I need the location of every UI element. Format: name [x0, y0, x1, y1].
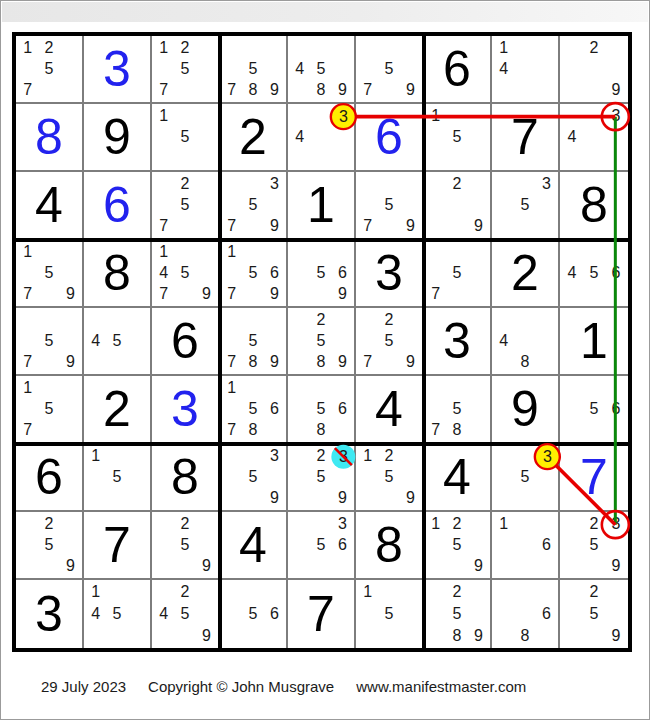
pencil-slot-7: [357, 488, 378, 509]
cell-r7c4[interactable]: 359: [220, 444, 288, 512]
pencil-slot-6: [196, 262, 217, 283]
pencil-slot-9: [400, 625, 421, 647]
cell-r5c2[interactable]: 45: [84, 308, 152, 376]
cell-r7c2[interactable]: 15: [84, 444, 152, 512]
cell-r3c8[interactable]: 35: [492, 172, 560, 240]
pencil-slot-3: [60, 513, 81, 534]
pencil-slot-1: 1: [425, 105, 446, 126]
pencil-slot-2: [310, 241, 331, 262]
pencil-slot-2: [242, 173, 263, 194]
cell-r6c9[interactable]: 56: [560, 376, 628, 444]
pencil-slot-2: [583, 377, 605, 398]
cell-r1c3[interactable]: 1257: [152, 36, 220, 104]
pencil-slot-6: 6: [332, 534, 353, 555]
cell-r9c6[interactable]: 15: [356, 580, 424, 648]
pencil-slot-4: [425, 126, 446, 147]
pencil-marks: 569: [289, 241, 353, 305]
pencil-slot-8: [583, 80, 605, 101]
pencil-marks: 2589: [289, 309, 353, 373]
pencil-slot-4: [493, 194, 514, 215]
pencil-slot-6: [536, 58, 557, 79]
pencil-slot-2: [106, 581, 127, 603]
pencil-slot-1: [221, 445, 242, 466]
cell-r2c8[interactable]: 7: [492, 104, 560, 172]
pencil-slot-2: [174, 105, 195, 126]
pencil-slot-2: [446, 105, 467, 126]
cell-r9c1[interactable]: 3: [16, 580, 84, 648]
given-digit: 8: [560, 172, 628, 238]
cell-r4c6[interactable]: 3: [356, 240, 424, 308]
given-digit: 9: [84, 104, 150, 170]
pencil-slot-2: [310, 105, 331, 126]
cell-r7c6[interactable]: 1259: [356, 444, 424, 512]
pencil-slot-3: [468, 581, 489, 603]
pencil-slot-2: [174, 241, 195, 262]
cell-r8c9[interactable]: 2359: [560, 512, 628, 580]
cell-r1c2[interactable]: 3: [84, 36, 152, 104]
pencil-slot-5: 5: [446, 262, 467, 283]
pencil-slot-8: [446, 556, 467, 577]
pencil-slot-2: 2: [174, 37, 195, 58]
pencil-slot-4: [85, 466, 106, 487]
cell-r6c6[interactable]: 4: [356, 376, 424, 444]
pencil-slot-9: [536, 352, 557, 373]
pencil-slot-7: [17, 556, 38, 577]
cell-r1c9[interactable]: 29: [560, 36, 628, 104]
pencil-slot-7: 7: [153, 80, 174, 101]
cell-r3c4[interactable]: 3579: [220, 172, 288, 240]
given-digit: 2: [220, 104, 286, 170]
cell-r4c5[interactable]: 569: [288, 240, 356, 308]
pencil-slot-6: [196, 126, 217, 147]
footer-copyright: Copyright © John Musgrave: [148, 678, 334, 695]
pencil-slot-9: 9: [468, 625, 489, 647]
cell-r4c1[interactable]: 1579: [16, 240, 84, 308]
pencil-slot-6: [468, 534, 489, 555]
title-bar: [2, 2, 648, 22]
cell-r7c3[interactable]: 8: [152, 444, 220, 512]
pencil-slot-8: [583, 420, 605, 441]
pencil-slot-8: 8: [446, 420, 467, 441]
pencil-slot-8: 8: [310, 352, 331, 373]
cell-r3c5[interactable]: 1: [288, 172, 356, 240]
pencil-slot-8: [514, 80, 535, 101]
pencil-slot-1: [561, 105, 583, 126]
cell-r4c3[interactable]: 14579: [152, 240, 220, 308]
pencil-slot-6: [196, 58, 217, 79]
pencil-slot-6: [400, 330, 421, 351]
pencil-slot-1: [153, 581, 174, 603]
pencil-slot-1: 1: [357, 581, 378, 603]
cell-r1c5[interactable]: 4589: [288, 36, 356, 104]
cell-r3c2[interactable]: 6: [84, 172, 152, 240]
pencil-slot-3: [605, 581, 627, 603]
cell-r9c7[interactable]: 2589: [424, 580, 492, 648]
pencil-slot-3: [264, 309, 285, 330]
given-digit: 1: [288, 172, 354, 238]
pencil-marks: 15678: [221, 377, 285, 441]
pencil-slot-2: [514, 445, 535, 466]
cell-r9c2[interactable]: 145: [84, 580, 152, 648]
pencil-slot-3: [332, 445, 353, 466]
cell-r5c7[interactable]: 3: [424, 308, 492, 376]
pencil-marks: 1259: [357, 445, 421, 509]
cell-r3c6[interactable]: 579: [356, 172, 424, 240]
cell-r7c5[interactable]: 259: [288, 444, 356, 512]
pencil-slot-2: 2: [378, 445, 399, 466]
pencil-slot-1: 1: [85, 445, 106, 466]
pencil-slot-1: [153, 173, 174, 194]
cell-r8c3[interactable]: 259: [152, 512, 220, 580]
pencil-slot-2: 2: [310, 309, 331, 330]
cell-r4c9[interactable]: 456: [560, 240, 628, 308]
cell-r9c9[interactable]: 259: [560, 580, 628, 648]
pencil-slot-7: [493, 488, 514, 509]
pencil-slot-9: 9: [264, 284, 285, 305]
pencil-marks: 35: [493, 173, 557, 237]
pencil-slot-5: 5: [242, 262, 263, 283]
cell-r7c9[interactable]: 7: [560, 444, 628, 512]
cell-r8c7[interactable]: 1259: [424, 512, 492, 580]
pencil-slot-5: 5: [378, 466, 399, 487]
pencil-slot-8: [583, 148, 605, 169]
pencil-slot-4: [17, 58, 38, 79]
pencil-slot-7: [493, 216, 514, 237]
pencil-slot-2: [446, 241, 467, 262]
pencil-slot-4: [221, 194, 242, 215]
footer-website[interactable]: www.manifestmaster.com: [356, 678, 526, 695]
pencil-slot-7: [493, 352, 514, 373]
pencil-marks: 29: [561, 37, 627, 101]
pencil-slot-9: 9: [468, 216, 489, 237]
pencil-slot-1: [561, 241, 583, 262]
pencil-slot-5: 5: [446, 398, 467, 419]
pencil-slot-7: 7: [221, 216, 242, 237]
pencil-marks: 14579: [153, 241, 217, 305]
cell-r1c4[interactable]: 5789: [220, 36, 288, 104]
pencil-slot-3: 3: [332, 513, 353, 534]
pencil-slot-5: 5: [514, 466, 535, 487]
pencil-slot-6: [400, 58, 421, 79]
pencil-slot-9: 9: [400, 488, 421, 509]
pencil-slot-4: [561, 603, 583, 625]
pencil-slot-1: [561, 377, 583, 398]
pencil-slot-7: [289, 148, 310, 169]
cell-r6c4[interactable]: 15678: [220, 376, 288, 444]
cell-r8c2[interactable]: 7: [84, 512, 152, 580]
pencil-slot-3: [196, 513, 217, 534]
pencil-marks: 1579: [17, 241, 81, 305]
given-digit: 6: [424, 36, 490, 102]
pencil-marks: 16: [493, 513, 557, 577]
pencil-slot-5: 5: [310, 330, 331, 351]
pencil-slot-2: [310, 37, 331, 58]
pencil-slot-9: 9: [400, 216, 421, 237]
pencil-slot-4: 4: [493, 58, 514, 79]
pencil-slot-3: [332, 241, 353, 262]
pencil-marks: 5789: [221, 309, 285, 373]
cell-r6c1[interactable]: 157: [16, 376, 84, 444]
pencil-marks: 2459: [153, 581, 217, 647]
pencil-slot-5: 5: [174, 58, 195, 79]
pencil-slot-9: [332, 148, 353, 169]
pencil-slot-9: [60, 420, 81, 441]
pencil-slot-5: 5: [378, 194, 399, 215]
pencil-slot-3: [332, 105, 353, 126]
cell-r8c8[interactable]: 16: [492, 512, 560, 580]
pencil-slot-2: [514, 173, 535, 194]
pencil-slot-1: [17, 513, 38, 534]
pencil-slot-5: [446, 194, 467, 215]
pencil-slot-8: [310, 284, 331, 305]
pencil-slot-2: [242, 377, 263, 398]
given-digit: 2: [492, 240, 558, 306]
pencil-slot-7: 7: [17, 420, 38, 441]
cell-r9c8[interactable]: 68: [492, 580, 560, 648]
pencil-slot-8: [378, 488, 399, 509]
pencil-marks: 359: [221, 445, 285, 509]
pencil-marks: 578: [425, 377, 489, 441]
pencil-slot-7: 7: [357, 80, 378, 101]
cell-r6c7[interactable]: 578: [424, 376, 492, 444]
cell-r5c1[interactable]: 579: [16, 308, 84, 376]
cell-r2c4[interactable]: 2: [220, 104, 288, 172]
cell-r6c3[interactable]: 3: [152, 376, 220, 444]
pencil-slot-2: [378, 581, 399, 603]
pencil-slot-8: [583, 556, 605, 577]
pencil-slot-2: [242, 309, 263, 330]
cell-r8c5[interactable]: 356: [288, 512, 356, 580]
pencil-slot-3: [196, 37, 217, 58]
cell-r4c4[interactable]: 15679: [220, 240, 288, 308]
cell-r3c9[interactable]: 8: [560, 172, 628, 240]
pencil-slot-4: [221, 330, 242, 351]
pencil-marks: 45: [85, 309, 149, 373]
pencil-slot-9: 9: [196, 556, 217, 577]
pencil-slot-6: [128, 466, 149, 487]
pencil-slot-4: [561, 398, 583, 419]
pencil-slot-4: [357, 330, 378, 351]
pencil-slot-9: [536, 80, 557, 101]
cell-r1c8[interactable]: 14: [492, 36, 560, 104]
cell-r2c6[interactable]: 6: [356, 104, 424, 172]
given-digit: 7: [492, 104, 558, 170]
cell-r4c2[interactable]: 8: [84, 240, 152, 308]
cell-r3c1[interactable]: 4: [16, 172, 84, 240]
pencil-slot-1: [289, 37, 310, 58]
given-digit: 4: [16, 172, 82, 238]
entered-digit: 3: [152, 376, 218, 442]
pencil-slot-1: [289, 445, 310, 466]
cell-r8c6[interactable]: 8: [356, 512, 424, 580]
cell-r5c6[interactable]: 2579: [356, 308, 424, 376]
given-digit: 3: [16, 580, 82, 648]
pencil-slot-1: [493, 581, 514, 603]
pencil-slot-3: 3: [605, 513, 627, 534]
cell-r3c3[interactable]: 257: [152, 172, 220, 240]
pencil-slot-4: [17, 398, 38, 419]
cell-r1c7[interactable]: 6: [424, 36, 492, 104]
cell-r9c5[interactable]: 7: [288, 580, 356, 648]
pencil-slot-7: [425, 625, 446, 647]
pencil-slot-7: 7: [357, 352, 378, 373]
cell-r5c8[interactable]: 48: [492, 308, 560, 376]
pencil-slot-2: 2: [38, 513, 59, 534]
pencil-slot-9: 9: [264, 80, 285, 101]
pencil-slot-4: [493, 466, 514, 487]
cell-r5c5[interactable]: 2589: [288, 308, 356, 376]
cell-r2c7[interactable]: 15: [424, 104, 492, 172]
pencil-marks: 15: [153, 105, 217, 169]
pencil-marks: 2579: [357, 309, 421, 373]
pencil-slot-4: 4: [153, 603, 174, 625]
pencil-marks: 68: [493, 581, 557, 647]
pencil-slot-8: [446, 216, 467, 237]
pencil-slot-2: 2: [38, 37, 59, 58]
pencil-slot-4: [221, 398, 242, 419]
cell-r2c1[interactable]: 8: [16, 104, 84, 172]
pencil-slot-8: [174, 148, 195, 169]
pencil-slot-4: [153, 194, 174, 215]
pencil-slot-3: [536, 513, 557, 534]
pencil-slot-9: [264, 420, 285, 441]
cell-r2c3[interactable]: 15: [152, 104, 220, 172]
pencil-slot-1: 1: [17, 37, 38, 58]
pencil-slot-8: 8: [514, 625, 535, 647]
pencil-slot-8: 8: [446, 625, 467, 647]
pencil-slot-2: 2: [378, 309, 399, 330]
pencil-slot-7: [425, 216, 446, 237]
pencil-slot-2: [514, 37, 535, 58]
pencil-slot-6: 6: [605, 262, 627, 283]
pencil-slot-1: 1: [357, 445, 378, 466]
pencil-slot-2: [583, 241, 605, 262]
pencil-slot-6: [264, 194, 285, 215]
cell-r9c4[interactable]: 56: [220, 580, 288, 648]
cell-r7c8[interactable]: 5: [492, 444, 560, 512]
pencil-slot-7: 7: [153, 284, 174, 305]
pencil-slot-9: [196, 216, 217, 237]
cell-r4c8[interactable]: 2: [492, 240, 560, 308]
cell-r8c1[interactable]: 259: [16, 512, 84, 580]
pencil-slot-7: [221, 488, 242, 509]
given-digit: 3: [356, 240, 422, 306]
pencil-slot-6: [196, 534, 217, 555]
pencil-slot-9: 9: [400, 80, 421, 101]
cell-r6c5[interactable]: 568: [288, 376, 356, 444]
pencil-slot-7: [289, 80, 310, 101]
pencil-slot-1: [357, 173, 378, 194]
pencil-slot-2: [242, 37, 263, 58]
cell-r4c7[interactable]: 57: [424, 240, 492, 308]
pencil-slot-7: [561, 284, 583, 305]
pencil-slot-5: 5: [38, 262, 59, 283]
cell-r5c4[interactable]: 5789: [220, 308, 288, 376]
pencil-slot-3: 3: [264, 445, 285, 466]
pencil-marks: 2589: [425, 581, 489, 647]
cell-r9c3[interactable]: 2459: [152, 580, 220, 648]
pencil-slot-3: [332, 309, 353, 330]
cell-r1c6[interactable]: 579: [356, 36, 424, 104]
pencil-slot-9: 9: [264, 488, 285, 509]
pencil-slot-9: 9: [468, 556, 489, 577]
pencil-marks: 259: [561, 581, 627, 647]
cell-r7c1[interactable]: 6: [16, 444, 84, 512]
pencil-slot-3: [400, 445, 421, 466]
cell-r2c5[interactable]: 4: [288, 104, 356, 172]
cell-r6c8[interactable]: 9: [492, 376, 560, 444]
cell-r8c4[interactable]: 4: [220, 512, 288, 580]
pencil-slot-6: [468, 603, 489, 625]
pencil-slot-9: [605, 284, 627, 305]
pencil-slot-3: [536, 309, 557, 330]
pencil-slot-4: [221, 603, 242, 625]
pencil-marks: 259: [289, 445, 353, 509]
pencil-slot-2: [38, 309, 59, 330]
pencil-slot-2: 2: [310, 445, 331, 466]
page: 1257312575789458957961429891524615734462…: [0, 0, 650, 720]
pencil-slot-2: 2: [583, 513, 605, 534]
cell-r6c2[interactable]: 2: [84, 376, 152, 444]
pencil-slot-9: [264, 625, 285, 647]
pencil-slot-3: [605, 241, 627, 262]
pencil-slot-5: 5: [583, 534, 605, 555]
pencil-slot-1: [221, 581, 242, 603]
pencil-slot-3: 3: [536, 173, 557, 194]
pencil-slot-2: 2: [174, 173, 195, 194]
pencil-slot-6: [605, 534, 627, 555]
cell-r3c7[interactable]: 29: [424, 172, 492, 240]
pencil-slot-8: [310, 488, 331, 509]
pencil-slot-1: [493, 173, 514, 194]
pencil-slot-5: 5: [446, 534, 467, 555]
pencil-slot-2: [583, 105, 605, 126]
given-digit: 1: [560, 308, 628, 374]
pencil-slot-4: [289, 262, 310, 283]
cell-r5c9[interactable]: 1: [560, 308, 628, 376]
pencil-slot-9: 9: [60, 284, 81, 305]
pencil-slot-6: [468, 262, 489, 283]
cell-r5c3[interactable]: 6: [152, 308, 220, 376]
pencil-slot-9: [536, 216, 557, 237]
pencil-slot-6: [60, 262, 81, 283]
pencil-slot-3: [60, 37, 81, 58]
pencil-slot-6: [196, 603, 217, 625]
pencil-slot-2: [242, 241, 263, 262]
pencil-slot-6: [605, 603, 627, 625]
pencil-slot-8: [174, 284, 195, 305]
pencil-marks: 456: [561, 241, 627, 305]
pencil-slot-3: [400, 309, 421, 330]
pencil-slot-1: [561, 581, 583, 603]
pencil-slot-7: [493, 80, 514, 101]
pencil-slot-3: [128, 445, 149, 466]
pencil-slot-6: 6: [264, 603, 285, 625]
entered-digit: 6: [84, 172, 150, 238]
pencil-slot-4: [357, 58, 378, 79]
given-digit: 3: [424, 308, 490, 374]
pencil-slot-9: [332, 420, 353, 441]
pencil-slot-7: [561, 556, 583, 577]
cell-r1c1[interactable]: 1257: [16, 36, 84, 104]
cell-r2c9[interactable]: 34: [560, 104, 628, 172]
cell-r2c2[interactable]: 9: [84, 104, 152, 172]
pencil-slot-6: [468, 398, 489, 419]
footer-date: 29 July 2023: [41, 678, 126, 695]
pencil-slot-1: [357, 37, 378, 58]
pencil-slot-1: [561, 513, 583, 534]
cell-r7c7[interactable]: 4: [424, 444, 492, 512]
